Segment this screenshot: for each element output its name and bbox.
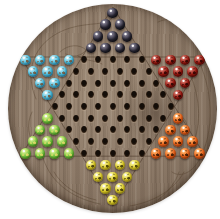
marble-blue[interactable] — [64, 55, 75, 66]
hole[interactable] — [110, 150, 116, 157]
board-cell — [120, 124, 135, 136]
hole[interactable] — [168, 103, 174, 110]
hole[interactable] — [59, 91, 65, 98]
board-cell — [76, 54, 91, 66]
hole[interactable] — [160, 91, 166, 98]
board-cell — [134, 54, 149, 66]
hole[interactable] — [102, 115, 108, 122]
board-cell — [98, 136, 113, 148]
board-row — [8, 19, 217, 31]
marble-blue[interactable] — [42, 66, 53, 77]
marble-blue[interactable] — [20, 55, 31, 66]
board-cell — [84, 42, 99, 54]
board-cell — [171, 66, 186, 78]
board-cell — [134, 77, 149, 89]
board-cell — [113, 159, 128, 171]
board-row — [8, 124, 217, 136]
board-cell — [163, 54, 178, 66]
board-cell — [33, 124, 48, 136]
marble-black[interactable] — [100, 19, 111, 30]
board-cell — [113, 42, 128, 54]
board-cell — [40, 89, 55, 101]
board-cell — [26, 136, 41, 148]
board-cell — [156, 112, 171, 124]
hole[interactable] — [139, 150, 145, 157]
board-cell — [178, 148, 193, 160]
board-cell — [91, 171, 106, 183]
board-cell — [55, 89, 70, 101]
board-cell — [18, 148, 33, 160]
board-row — [8, 148, 217, 160]
marble-red[interactable] — [180, 55, 191, 66]
hole[interactable] — [88, 115, 94, 122]
marble-yellow[interactable] — [107, 195, 118, 206]
board-row — [8, 89, 217, 101]
hole[interactable] — [110, 126, 116, 133]
board-cell — [163, 77, 178, 89]
board-cell — [105, 194, 120, 206]
board-cell — [163, 101, 178, 113]
board-cell — [113, 19, 128, 31]
hole[interactable] — [95, 56, 101, 63]
board-cell — [105, 124, 120, 136]
marble-black[interactable] — [115, 19, 126, 30]
board-cell — [98, 159, 113, 171]
board-cell — [134, 148, 149, 160]
board-cell — [62, 77, 77, 89]
hole[interactable] — [95, 150, 101, 157]
photo-background — [0, 0, 220, 219]
board-cell — [84, 66, 99, 78]
board-cell — [156, 136, 171, 148]
hole[interactable] — [153, 126, 159, 133]
board-cell — [98, 19, 113, 31]
board-cell — [55, 136, 70, 148]
hole[interactable] — [131, 68, 137, 75]
board-cell — [76, 124, 91, 136]
hole[interactable] — [88, 138, 94, 145]
board-cell — [40, 136, 55, 148]
board-cell — [62, 54, 77, 66]
marble-black[interactable] — [129, 43, 140, 54]
marble-black[interactable] — [100, 43, 111, 54]
board-cell — [142, 89, 157, 101]
board-cell — [127, 159, 142, 171]
marble-yellow[interactable] — [86, 160, 97, 171]
board-cell — [127, 89, 142, 101]
marble-black[interactable] — [86, 43, 97, 54]
board-cell — [134, 124, 149, 136]
hole[interactable] — [73, 68, 79, 75]
board-cell — [120, 101, 135, 113]
hole[interactable] — [88, 91, 94, 98]
marble-green[interactable] — [57, 136, 68, 147]
marble-black[interactable] — [93, 31, 104, 42]
board-cell — [98, 112, 113, 124]
marble-yellow[interactable] — [115, 183, 126, 194]
hole[interactable] — [81, 150, 87, 157]
board-cell — [120, 171, 135, 183]
board-cell — [105, 171, 120, 183]
board-row — [8, 183, 217, 195]
hole[interactable] — [146, 91, 152, 98]
board-cell — [69, 66, 84, 78]
board-cell — [113, 136, 128, 148]
marble-green[interactable] — [42, 113, 53, 124]
marble-blue[interactable] — [49, 78, 60, 89]
board-cell — [47, 77, 62, 89]
hole[interactable] — [124, 80, 130, 87]
board-cell — [134, 101, 149, 113]
hole[interactable] — [117, 138, 123, 145]
hole[interactable] — [81, 80, 87, 87]
marble-red[interactable] — [165, 78, 176, 89]
hole[interactable] — [66, 126, 72, 133]
board-cell — [55, 112, 70, 124]
board-cell — [142, 112, 157, 124]
board-cell — [55, 66, 70, 78]
board-cell — [69, 89, 84, 101]
board-cell — [171, 112, 186, 124]
board-cell — [98, 89, 113, 101]
marble-red[interactable] — [165, 55, 176, 66]
marble-black[interactable] — [107, 8, 118, 19]
hole[interactable] — [66, 103, 72, 110]
board-cell — [47, 148, 62, 160]
board-cell — [26, 66, 41, 78]
hole[interactable] — [59, 115, 65, 122]
board-cell — [163, 124, 178, 136]
hole[interactable] — [160, 115, 166, 122]
marble-red[interactable] — [158, 66, 169, 77]
hole[interactable] — [102, 138, 108, 145]
hole[interactable] — [131, 91, 137, 98]
marble-orange[interactable] — [173, 136, 184, 147]
chinese-checkers-board — [8, 4, 217, 213]
board-cell — [149, 124, 164, 136]
board-cell — [76, 101, 91, 113]
board-cell — [120, 31, 135, 43]
marble-yellow[interactable] — [129, 160, 140, 171]
marble-yellow[interactable] — [107, 172, 118, 183]
hole[interactable] — [110, 56, 116, 63]
board-cell — [91, 54, 106, 66]
hole[interactable] — [139, 126, 145, 133]
board-cell — [69, 136, 84, 148]
hole[interactable] — [81, 103, 87, 110]
hole[interactable] — [124, 103, 130, 110]
board-cell — [76, 77, 91, 89]
board-cell — [156, 66, 171, 78]
board-cell — [105, 77, 120, 89]
marble-blue[interactable] — [57, 66, 68, 77]
marble-green[interactable] — [42, 136, 53, 147]
board-cell — [33, 148, 48, 160]
board-cell — [62, 124, 77, 136]
marble-black[interactable] — [107, 31, 118, 42]
board-cell — [91, 77, 106, 89]
hole[interactable] — [117, 68, 123, 75]
board-cell — [185, 136, 200, 148]
marble-orange[interactable] — [180, 125, 191, 136]
board-row — [8, 54, 217, 66]
marble-green[interactable] — [20, 148, 31, 159]
board-cell — [113, 183, 128, 195]
board-cell — [91, 101, 106, 113]
board-cell — [33, 54, 48, 66]
board-cell — [84, 89, 99, 101]
marble-yellow[interactable] — [122, 172, 133, 183]
board-row — [8, 66, 217, 78]
board-cell — [178, 124, 193, 136]
hole[interactable] — [139, 56, 145, 63]
board-row — [8, 171, 217, 183]
board-row — [8, 77, 217, 89]
board-cell — [91, 124, 106, 136]
board-cell — [62, 101, 77, 113]
board-row — [8, 7, 217, 19]
marble-yellow[interactable] — [100, 160, 111, 171]
board-row — [8, 194, 217, 206]
board-cell — [105, 31, 120, 43]
board-cell — [149, 77, 164, 89]
marble-green[interactable] — [28, 136, 39, 147]
board-cell — [98, 66, 113, 78]
board-cell — [98, 42, 113, 54]
hole[interactable] — [146, 68, 152, 75]
marble-green[interactable] — [35, 125, 46, 136]
board-cell — [18, 54, 33, 66]
board-cell — [105, 148, 120, 160]
hole[interactable] — [153, 80, 159, 87]
board-row — [8, 101, 217, 113]
marble-red[interactable] — [173, 66, 184, 77]
board-row — [8, 159, 217, 171]
board-cell — [120, 148, 135, 160]
board-cell — [113, 66, 128, 78]
marble-yellow[interactable] — [100, 183, 111, 194]
marble-orange[interactable] — [180, 148, 191, 159]
hole[interactable] — [131, 115, 137, 122]
hole[interactable] — [131, 138, 137, 145]
marble-blue[interactable] — [28, 66, 39, 77]
board-cell — [113, 112, 128, 124]
board-cell — [178, 54, 193, 66]
hole[interactable] — [73, 138, 79, 145]
hole[interactable] — [81, 126, 87, 133]
board-row — [8, 42, 217, 54]
hole[interactable] — [102, 91, 108, 98]
board-cell — [98, 183, 113, 195]
marble-orange[interactable] — [165, 125, 176, 136]
hole[interactable] — [117, 91, 123, 98]
board-cell — [163, 148, 178, 160]
marble-orange[interactable] — [165, 148, 176, 159]
marble-red[interactable] — [173, 90, 184, 101]
board-cell — [76, 148, 91, 160]
hole[interactable] — [139, 103, 145, 110]
hole[interactable] — [52, 103, 58, 110]
hole[interactable] — [95, 80, 101, 87]
marble-blue[interactable] — [35, 78, 46, 89]
board-cell — [62, 148, 77, 160]
marble-red[interactable] — [180, 78, 191, 89]
board-cell — [192, 148, 207, 160]
board-cell — [185, 66, 200, 78]
hole[interactable] — [124, 56, 130, 63]
hole[interactable] — [146, 138, 152, 145]
board-cell — [84, 136, 99, 148]
marble-blue[interactable] — [35, 55, 46, 66]
board-cell — [178, 77, 193, 89]
marble-orange[interactable] — [158, 136, 169, 147]
board-cell — [127, 112, 142, 124]
board-cell — [192, 54, 207, 66]
board-cell — [91, 148, 106, 160]
board-cell — [149, 101, 164, 113]
board-cell — [47, 101, 62, 113]
hole[interactable] — [81, 56, 87, 63]
hole[interactable] — [102, 68, 108, 75]
hole[interactable] — [146, 115, 152, 122]
board-cell — [149, 148, 164, 160]
hole[interactable] — [139, 80, 145, 87]
board-cell — [33, 77, 48, 89]
hole[interactable] — [124, 150, 130, 157]
board-cell — [127, 42, 142, 54]
hole[interactable] — [124, 126, 130, 133]
hole[interactable] — [95, 103, 101, 110]
marble-red[interactable] — [187, 66, 198, 77]
marble-red[interactable] — [151, 55, 162, 66]
marble-green[interactable] — [35, 148, 46, 159]
hole[interactable] — [66, 80, 72, 87]
hole[interactable] — [110, 103, 116, 110]
marble-green[interactable] — [49, 125, 60, 136]
hole[interactable] — [110, 80, 116, 87]
board-cell — [120, 54, 135, 66]
marble-green[interactable] — [64, 148, 75, 159]
board-cell — [171, 89, 186, 101]
board-cell — [142, 136, 157, 148]
board-cell — [40, 112, 55, 124]
board-cell — [84, 112, 99, 124]
marble-blue[interactable] — [49, 55, 60, 66]
board-cell — [127, 66, 142, 78]
marble-green[interactable] — [49, 148, 60, 159]
board-cell — [105, 54, 120, 66]
board-cell — [127, 136, 142, 148]
marble-black[interactable] — [115, 43, 126, 54]
board-cell — [40, 66, 55, 78]
board-row — [8, 136, 217, 148]
hole[interactable] — [73, 115, 79, 122]
marble-yellow[interactable] — [115, 160, 126, 171]
board-cell — [91, 31, 106, 43]
marble-yellow[interactable] — [93, 172, 104, 183]
board-cell — [84, 159, 99, 171]
marble-orange[interactable] — [187, 136, 198, 147]
board-cell — [105, 101, 120, 113]
board-cell — [149, 54, 164, 66]
hole[interactable] — [95, 126, 101, 133]
hole-grid — [8, 4, 217, 213]
marble-red[interactable] — [194, 55, 205, 66]
board-cell — [113, 89, 128, 101]
board-row — [8, 112, 217, 124]
marble-orange[interactable] — [173, 113, 184, 124]
marble-black[interactable] — [122, 31, 133, 42]
board-cell — [47, 54, 62, 66]
board-row — [8, 31, 217, 43]
board-cell — [120, 77, 135, 89]
board-cell — [47, 124, 62, 136]
board-cell — [69, 112, 84, 124]
hole[interactable] — [88, 68, 94, 75]
marble-orange[interactable] — [151, 148, 162, 159]
board-cell — [142, 66, 157, 78]
board-cell — [105, 7, 120, 19]
hole[interactable] — [117, 115, 123, 122]
hole[interactable] — [153, 103, 159, 110]
marble-blue[interactable] — [42, 90, 53, 101]
board-cell — [171, 136, 186, 148]
board-cell — [156, 89, 171, 101]
marble-orange[interactable] — [194, 148, 205, 159]
hole[interactable] — [73, 91, 79, 98]
